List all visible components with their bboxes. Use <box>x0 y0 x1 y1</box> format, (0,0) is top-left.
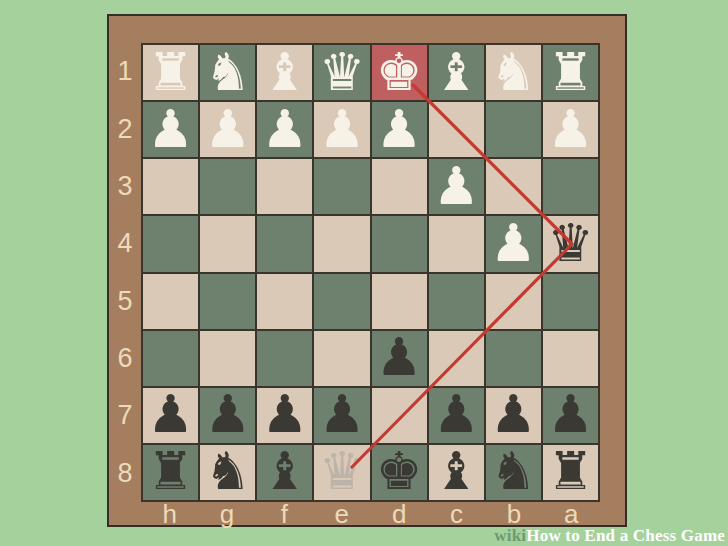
file-label-d: d <box>371 502 428 527</box>
square-c1: ♝ <box>429 45 484 100</box>
square-g7: ♟ <box>200 388 255 443</box>
black-pawn: ♟ <box>433 388 480 440</box>
square-a2: ♟ <box>543 102 598 157</box>
square-f4 <box>257 216 312 271</box>
square-e2: ♟ <box>314 102 369 157</box>
square-g8: ♞ <box>200 445 255 500</box>
black-pawn: ♟ <box>147 388 194 440</box>
black-pawn: ♟ <box>204 388 251 440</box>
square-a7: ♟ <box>543 388 598 443</box>
square-b4: ♟ <box>486 216 541 271</box>
file-label-e: e <box>313 502 370 527</box>
square-h1: ♜ <box>143 45 198 100</box>
square-a5 <box>543 274 598 329</box>
rank-label-7: 7 <box>109 387 141 444</box>
square-e8: ♛ <box>314 445 369 500</box>
square-d6: ♟ <box>372 331 427 386</box>
square-b7: ♟ <box>486 388 541 443</box>
white-pawn: ♟ <box>376 103 423 155</box>
white-knight: ♞ <box>490 46 537 98</box>
white-rook: ♜ <box>147 46 194 98</box>
black-bishop: ♝ <box>433 445 480 497</box>
white-king: ♚ <box>376 46 423 98</box>
square-f3 <box>257 159 312 214</box>
square-f5 <box>257 274 312 329</box>
file-label-b: b <box>485 502 542 527</box>
square-c3: ♟ <box>429 159 484 214</box>
black-king: ♚ <box>376 445 423 497</box>
rank-labels: 12345678 <box>109 43 141 502</box>
file-label-g: g <box>198 502 255 527</box>
square-d1: ♚ <box>372 45 427 100</box>
rank-label-1: 1 <box>109 43 141 100</box>
square-a6 <box>543 331 598 386</box>
square-c6 <box>429 331 484 386</box>
square-e3 <box>314 159 369 214</box>
square-a4: ♛ <box>543 216 598 271</box>
square-b6 <box>486 331 541 386</box>
file-label-h: h <box>141 502 198 527</box>
square-g2: ♟ <box>200 102 255 157</box>
black-pawn: ♟ <box>376 331 423 383</box>
square-h2: ♟ <box>143 102 198 157</box>
white-pawn: ♟ <box>319 103 366 155</box>
square-e6 <box>314 331 369 386</box>
square-b3 <box>486 159 541 214</box>
watermark-how: How <box>526 526 561 545</box>
file-label-c: c <box>428 502 485 527</box>
square-h3 <box>143 159 198 214</box>
black-knight: ♞ <box>490 445 537 497</box>
rank-label-3: 3 <box>109 158 141 215</box>
white-knight: ♞ <box>204 46 251 98</box>
square-c8: ♝ <box>429 445 484 500</box>
black-knight: ♞ <box>204 445 251 497</box>
square-h5 <box>143 274 198 329</box>
black-pawn: ♟ <box>490 388 537 440</box>
rank-label-6: 6 <box>109 330 141 387</box>
square-g1: ♞ <box>200 45 255 100</box>
white-pawn: ♟ <box>433 160 480 212</box>
black-rook: ♜ <box>147 445 194 497</box>
ghost-queen: ♛ <box>319 445 366 497</box>
square-c2 <box>429 102 484 157</box>
square-a8: ♜ <box>543 445 598 500</box>
square-g4 <box>200 216 255 271</box>
rank-label-5: 5 <box>109 273 141 330</box>
square-h7: ♟ <box>143 388 198 443</box>
black-queen: ♛ <box>547 217 594 269</box>
black-pawn: ♟ <box>319 388 366 440</box>
diagram-canvas: 12345678 ♜♞♝♛♚♝♞♜♟♟♟♟♟♟♟♟♛♟♟♟♟♟♟♟♟♜♞♝♛♚♝… <box>0 0 728 546</box>
white-rook: ♜ <box>547 46 594 98</box>
square-f1: ♝ <box>257 45 312 100</box>
rank-label-2: 2 <box>109 100 141 157</box>
square-f7: ♟ <box>257 388 312 443</box>
square-h8: ♜ <box>143 445 198 500</box>
square-h6 <box>143 331 198 386</box>
black-pawn: ♟ <box>262 388 309 440</box>
black-bishop: ♝ <box>262 445 309 497</box>
white-pawn: ♟ <box>204 103 251 155</box>
white-bishop: ♝ <box>433 46 480 98</box>
white-queen: ♛ <box>319 46 366 98</box>
square-d5 <box>372 274 427 329</box>
square-e5 <box>314 274 369 329</box>
watermark-rest: to End a Chess Game <box>561 526 725 545</box>
square-d3 <box>372 159 427 214</box>
white-pawn: ♟ <box>262 103 309 155</box>
square-b1: ♞ <box>486 45 541 100</box>
chess-board: ♜♞♝♛♚♝♞♜♟♟♟♟♟♟♟♟♛♟♟♟♟♟♟♟♟♜♞♝♛♚♝♞♜ <box>141 43 600 502</box>
square-a3 <box>543 159 598 214</box>
square-a1: ♜ <box>543 45 598 100</box>
black-pawn: ♟ <box>547 388 594 440</box>
white-pawn: ♟ <box>490 217 537 269</box>
square-d4 <box>372 216 427 271</box>
file-label-a: a <box>543 502 600 527</box>
square-b2 <box>486 102 541 157</box>
board-frame: 12345678 ♜♞♝♛♚♝♞♜♟♟♟♟♟♟♟♟♛♟♟♟♟♟♟♟♟♜♞♝♛♚♝… <box>107 14 627 527</box>
square-f8: ♝ <box>257 445 312 500</box>
square-h4 <box>143 216 198 271</box>
watermark-wiki: wiki <box>494 526 526 545</box>
white-bishop: ♝ <box>262 46 309 98</box>
rank-label-4: 4 <box>109 215 141 272</box>
square-f6 <box>257 331 312 386</box>
square-b5 <box>486 274 541 329</box>
square-e1: ♛ <box>314 45 369 100</box>
square-g3 <box>200 159 255 214</box>
square-c4 <box>429 216 484 271</box>
square-g6 <box>200 331 255 386</box>
file-label-f: f <box>256 502 313 527</box>
square-f2: ♟ <box>257 102 312 157</box>
file-labels: hgfedcba <box>141 502 600 527</box>
square-b8: ♞ <box>486 445 541 500</box>
rank-label-8: 8 <box>109 445 141 502</box>
square-d7 <box>372 388 427 443</box>
white-pawn: ♟ <box>547 103 594 155</box>
square-g5 <box>200 274 255 329</box>
square-d2: ♟ <box>372 102 427 157</box>
square-c7: ♟ <box>429 388 484 443</box>
black-rook: ♜ <box>547 445 594 497</box>
watermark: wikiHow to End a Chess Game <box>494 526 725 546</box>
white-pawn: ♟ <box>147 103 194 155</box>
square-e7: ♟ <box>314 388 369 443</box>
square-e4 <box>314 216 369 271</box>
square-c5 <box>429 274 484 329</box>
square-d8: ♚ <box>372 445 427 500</box>
